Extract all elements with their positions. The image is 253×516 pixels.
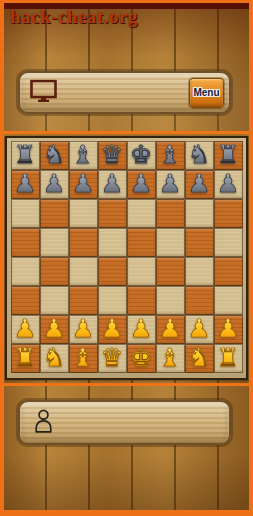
square-e1[interactable]: ♚ bbox=[127, 344, 156, 373]
black-knight[interactable]: ♞ bbox=[43, 140, 65, 169]
square-d1[interactable]: ♛ bbox=[98, 344, 127, 373]
white-bishop[interactable]: ♝ bbox=[159, 343, 181, 372]
square-h7[interactable]: ♟ bbox=[214, 170, 243, 199]
white-pawn[interactable]: ♟ bbox=[14, 314, 36, 343]
square-e4[interactable] bbox=[127, 257, 156, 286]
square-c1[interactable]: ♝ bbox=[69, 344, 98, 373]
square-h5[interactable] bbox=[214, 228, 243, 257]
square-c3[interactable] bbox=[69, 286, 98, 315]
square-h4[interactable] bbox=[214, 257, 243, 286]
square-d2[interactable]: ♟ bbox=[98, 315, 127, 344]
black-bishop[interactable]: ♝ bbox=[159, 140, 181, 169]
player-icon bbox=[33, 408, 54, 437]
square-h2[interactable]: ♟ bbox=[214, 315, 243, 344]
opponent-status-bar: Menu bbox=[18, 71, 231, 114]
square-e8[interactable]: ♚ bbox=[127, 141, 156, 170]
section-divider-top bbox=[4, 131, 249, 134]
square-d3[interactable] bbox=[98, 286, 127, 315]
square-d6[interactable] bbox=[98, 199, 127, 228]
white-pawn[interactable]: ♟ bbox=[43, 314, 65, 343]
square-f7[interactable]: ♟ bbox=[156, 170, 185, 199]
black-pawn[interactable]: ♟ bbox=[217, 169, 239, 198]
square-g2[interactable]: ♟ bbox=[185, 315, 214, 344]
board-section: ♜♞♝♛♚♝♞♜♟♟♟♟♟♟♟♟♟♟♟♟♟♟♟♟♜♞♝♛♚♝♞♜ bbox=[4, 136, 249, 383]
menu-button[interactable]: Menu bbox=[189, 78, 224, 108]
white-queen[interactable]: ♛ bbox=[101, 343, 123, 372]
chess-app-screen: hack-cheat.org Menu ♜♞♝♛♚♝♞♜♟♟♟♟♟♟♟♟♟♟♟♟… bbox=[0, 0, 253, 516]
square-c5[interactable] bbox=[69, 228, 98, 257]
square-a8[interactable]: ♜ bbox=[11, 141, 40, 170]
square-f6[interactable] bbox=[156, 199, 185, 228]
square-b4[interactable] bbox=[40, 257, 69, 286]
white-king[interactable]: ♚ bbox=[130, 343, 152, 372]
square-b1[interactable]: ♞ bbox=[40, 344, 69, 373]
square-c6[interactable] bbox=[69, 199, 98, 228]
white-knight[interactable]: ♞ bbox=[188, 343, 210, 372]
square-f4[interactable] bbox=[156, 257, 185, 286]
black-pawn[interactable]: ♟ bbox=[188, 169, 210, 198]
square-f5[interactable] bbox=[156, 228, 185, 257]
square-b5[interactable] bbox=[40, 228, 69, 257]
square-b3[interactable] bbox=[40, 286, 69, 315]
square-h3[interactable] bbox=[214, 286, 243, 315]
square-e7[interactable]: ♟ bbox=[127, 170, 156, 199]
square-d8[interactable]: ♛ bbox=[98, 141, 127, 170]
square-g8[interactable]: ♞ bbox=[185, 141, 214, 170]
square-e3[interactable] bbox=[127, 286, 156, 315]
square-d5[interactable] bbox=[98, 228, 127, 257]
white-pawn[interactable]: ♟ bbox=[130, 314, 152, 343]
white-rook[interactable]: ♜ bbox=[217, 343, 239, 372]
square-g3[interactable] bbox=[185, 286, 214, 315]
black-pawn[interactable]: ♟ bbox=[130, 169, 152, 198]
black-pawn[interactable]: ♟ bbox=[72, 169, 94, 198]
square-f8[interactable]: ♝ bbox=[156, 141, 185, 170]
square-a4[interactable] bbox=[11, 257, 40, 286]
white-pawn[interactable]: ♟ bbox=[159, 314, 181, 343]
square-b2[interactable]: ♟ bbox=[40, 315, 69, 344]
watermark: hack-cheat.org bbox=[10, 6, 138, 28]
square-f3[interactable] bbox=[156, 286, 185, 315]
black-rook[interactable]: ♜ bbox=[14, 140, 36, 169]
square-a2[interactable]: ♟ bbox=[11, 315, 40, 344]
white-rook[interactable]: ♜ bbox=[14, 343, 36, 372]
black-bishop[interactable]: ♝ bbox=[72, 140, 94, 169]
square-c4[interactable] bbox=[69, 257, 98, 286]
black-pawn[interactable]: ♟ bbox=[14, 169, 36, 198]
black-pawn[interactable]: ♟ bbox=[43, 169, 65, 198]
square-f2[interactable]: ♟ bbox=[156, 315, 185, 344]
monitor-icon bbox=[30, 79, 57, 106]
square-a1[interactable]: ♜ bbox=[11, 344, 40, 373]
black-queen[interactable]: ♛ bbox=[101, 140, 123, 169]
black-rook[interactable]: ♜ bbox=[217, 140, 239, 169]
white-pawn[interactable]: ♟ bbox=[188, 314, 210, 343]
square-h6[interactable] bbox=[214, 199, 243, 228]
square-h1[interactable]: ♜ bbox=[214, 344, 243, 373]
black-pawn[interactable]: ♟ bbox=[159, 169, 181, 198]
board-frame: ♜♞♝♛♚♝♞♜♟♟♟♟♟♟♟♟♟♟♟♟♟♟♟♟♜♞♝♛♚♝♞♜ bbox=[5, 136, 248, 380]
chess-board[interactable]: ♜♞♝♛♚♝♞♜♟♟♟♟♟♟♟♟♟♟♟♟♟♟♟♟♜♞♝♛♚♝♞♜ bbox=[11, 141, 243, 373]
white-pawn[interactable]: ♟ bbox=[101, 314, 123, 343]
square-g6[interactable] bbox=[185, 199, 214, 228]
black-king[interactable]: ♚ bbox=[130, 140, 152, 169]
white-pawn[interactable]: ♟ bbox=[72, 314, 94, 343]
bottom-section bbox=[4, 386, 249, 512]
square-c8[interactable]: ♝ bbox=[69, 141, 98, 170]
square-a6[interactable] bbox=[11, 199, 40, 228]
square-b7[interactable]: ♟ bbox=[40, 170, 69, 199]
square-b8[interactable]: ♞ bbox=[40, 141, 69, 170]
square-e5[interactable] bbox=[127, 228, 156, 257]
player-status-bar bbox=[18, 400, 231, 445]
square-d4[interactable] bbox=[98, 257, 127, 286]
square-c7[interactable]: ♟ bbox=[69, 170, 98, 199]
square-c2[interactable]: ♟ bbox=[69, 315, 98, 344]
square-g1[interactable]: ♞ bbox=[185, 344, 214, 373]
square-g4[interactable] bbox=[185, 257, 214, 286]
white-knight[interactable]: ♞ bbox=[43, 343, 65, 372]
white-pawn[interactable]: ♟ bbox=[217, 314, 239, 343]
white-bishop[interactable]: ♝ bbox=[72, 343, 94, 372]
square-h8[interactable]: ♜ bbox=[214, 141, 243, 170]
square-d7[interactable]: ♟ bbox=[98, 170, 127, 199]
square-a5[interactable] bbox=[11, 228, 40, 257]
square-b6[interactable] bbox=[40, 199, 69, 228]
square-a3[interactable] bbox=[11, 286, 40, 315]
square-e6[interactable] bbox=[127, 199, 156, 228]
black-pawn[interactable]: ♟ bbox=[101, 169, 123, 198]
black-knight[interactable]: ♞ bbox=[188, 140, 210, 169]
square-g7[interactable]: ♟ bbox=[185, 170, 214, 199]
square-e2[interactable]: ♟ bbox=[127, 315, 156, 344]
menu-button-label: Menu bbox=[193, 87, 219, 98]
square-a7[interactable]: ♟ bbox=[11, 170, 40, 199]
square-g5[interactable] bbox=[185, 228, 214, 257]
square-f1[interactable]: ♝ bbox=[156, 344, 185, 373]
